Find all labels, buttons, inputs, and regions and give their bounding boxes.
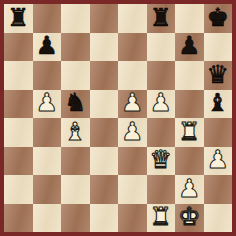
square-g5[interactable] [175, 90, 204, 119]
square-h6[interactable]: ♛ [204, 61, 233, 90]
square-a1[interactable] [4, 204, 33, 233]
square-h8[interactable]: ♚ [204, 4, 233, 33]
square-f1[interactable]: ♜ [147, 204, 176, 233]
square-d7[interactable] [90, 33, 119, 62]
square-g3[interactable] [175, 147, 204, 176]
white-bishop[interactable]: ♝ [64, 119, 86, 144]
square-b1[interactable] [33, 204, 62, 233]
square-b7[interactable]: ♟ [33, 33, 62, 62]
square-g1[interactable]: ♚ [175, 204, 204, 233]
square-c6[interactable] [61, 61, 90, 90]
square-g7[interactable]: ♟ [175, 33, 204, 62]
square-a7[interactable] [4, 33, 33, 62]
square-g8[interactable] [175, 4, 204, 33]
square-g4[interactable]: ♜ [175, 118, 204, 147]
chess-board: ♜♜♚♟♟♛♟♞♟♟♝♝♟♜♛♟♟♜♚ [4, 4, 232, 232]
white-pawn[interactable]: ♟ [36, 90, 58, 115]
square-c7[interactable] [61, 33, 90, 62]
square-a2[interactable] [4, 175, 33, 204]
square-f8[interactable]: ♜ [147, 4, 176, 33]
square-c1[interactable] [61, 204, 90, 233]
square-h4[interactable] [204, 118, 233, 147]
white-pawn[interactable]: ♟ [207, 147, 229, 172]
square-e8[interactable] [118, 4, 147, 33]
square-h2[interactable] [204, 175, 233, 204]
black-rook[interactable]: ♜ [7, 5, 29, 30]
square-d4[interactable] [90, 118, 119, 147]
white-pawn[interactable]: ♟ [150, 90, 172, 115]
square-b3[interactable] [33, 147, 62, 176]
square-b8[interactable] [33, 4, 62, 33]
square-e1[interactable] [118, 204, 147, 233]
square-f7[interactable] [147, 33, 176, 62]
square-f4[interactable] [147, 118, 176, 147]
square-f3[interactable]: ♛ [147, 147, 176, 176]
square-a4[interactable] [4, 118, 33, 147]
square-g6[interactable] [175, 61, 204, 90]
square-a5[interactable] [4, 90, 33, 119]
white-pawn[interactable]: ♟ [121, 90, 143, 115]
black-bishop[interactable]: ♝ [207, 90, 229, 115]
black-rook[interactable]: ♜ [150, 5, 172, 30]
white-rook[interactable]: ♜ [178, 119, 200, 144]
square-c2[interactable] [61, 175, 90, 204]
square-e6[interactable] [118, 61, 147, 90]
board-frame: ♜♜♚♟♟♛♟♞♟♟♝♝♟♜♛♟♟♜♚ [0, 0, 236, 236]
square-f5[interactable]: ♟ [147, 90, 176, 119]
square-f2[interactable] [147, 175, 176, 204]
black-king[interactable]: ♚ [207, 5, 229, 30]
square-a8[interactable]: ♜ [4, 4, 33, 33]
square-h1[interactable] [204, 204, 233, 233]
square-h5[interactable]: ♝ [204, 90, 233, 119]
square-d3[interactable] [90, 147, 119, 176]
square-e2[interactable] [118, 175, 147, 204]
square-h7[interactable] [204, 33, 233, 62]
square-e7[interactable] [118, 33, 147, 62]
square-c3[interactable] [61, 147, 90, 176]
square-d2[interactable] [90, 175, 119, 204]
white-rook[interactable]: ♜ [150, 204, 172, 229]
black-queen[interactable]: ♛ [207, 62, 229, 87]
square-d1[interactable] [90, 204, 119, 233]
square-h3[interactable]: ♟ [204, 147, 233, 176]
square-a3[interactable] [4, 147, 33, 176]
square-g2[interactable]: ♟ [175, 175, 204, 204]
square-f6[interactable] [147, 61, 176, 90]
white-queen[interactable]: ♛ [150, 147, 172, 172]
square-c4[interactable]: ♝ [61, 118, 90, 147]
square-e3[interactable] [118, 147, 147, 176]
white-pawn[interactable]: ♟ [121, 119, 143, 144]
square-d5[interactable] [90, 90, 119, 119]
square-b2[interactable] [33, 175, 62, 204]
square-b6[interactable] [33, 61, 62, 90]
square-a6[interactable] [4, 61, 33, 90]
white-king[interactable]: ♚ [178, 204, 200, 229]
square-b4[interactable] [33, 118, 62, 147]
square-e4[interactable]: ♟ [118, 118, 147, 147]
black-pawn[interactable]: ♟ [178, 33, 200, 58]
square-e5[interactable]: ♟ [118, 90, 147, 119]
square-d6[interactable] [90, 61, 119, 90]
square-c5[interactable]: ♞ [61, 90, 90, 119]
square-d8[interactable] [90, 4, 119, 33]
white-pawn[interactable]: ♟ [178, 176, 200, 201]
square-b5[interactable]: ♟ [33, 90, 62, 119]
black-knight[interactable]: ♞ [64, 90, 86, 115]
black-pawn[interactable]: ♟ [36, 33, 58, 58]
square-c8[interactable] [61, 4, 90, 33]
